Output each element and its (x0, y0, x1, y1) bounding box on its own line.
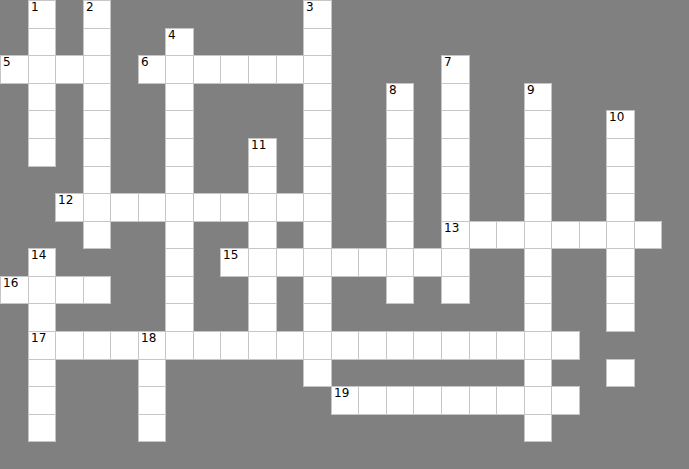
cell-r12-c18[interactable] (496, 331, 525, 360)
cell-r1-c6[interactable]: 4 (165, 28, 194, 56)
clue-number-16: 16 (3, 277, 18, 290)
cell-r8-c17[interactable] (469, 221, 497, 249)
cell-r5-c6[interactable] (165, 138, 194, 167)
cell-r7-c3[interactable] (83, 193, 111, 222)
cell-r6-c3[interactable] (83, 166, 111, 194)
cell-r10-c16[interactable] (441, 276, 470, 304)
cell-r8-c6[interactable] (165, 221, 194, 249)
cell-r7-c9[interactable] (248, 193, 277, 222)
cell-r12-c1[interactable]: 17 (28, 331, 56, 360)
cell-r4-c3[interactable] (83, 110, 111, 139)
cell-r8-c19[interactable] (524, 221, 552, 249)
clue-number-17: 17 (31, 332, 46, 345)
cell-r0-c3[interactable]: 2 (83, 0, 111, 29)
cell-r0-c11[interactable]: 3 (303, 0, 332, 29)
cell-r6-c22[interactable] (606, 166, 635, 194)
clue-number-2: 2 (86, 1, 94, 14)
cell-r7-c2[interactable]: 12 (55, 193, 84, 222)
cell-r10-c14[interactable] (386, 276, 414, 304)
cell-r2-c5[interactable]: 6 (138, 55, 166, 84)
cell-r6-c16[interactable] (441, 166, 470, 194)
cell-r2-c0[interactable]: 5 (0, 55, 29, 84)
cell-r9-c13[interactable] (358, 248, 387, 277)
clue-number-15: 15 (223, 249, 238, 262)
cell-r11-c1[interactable] (28, 303, 56, 332)
cell-r12-c4[interactable] (110, 331, 139, 360)
cell-r14-c1[interactable] (28, 386, 56, 415)
cell-r13-c22[interactable] (606, 359, 635, 387)
cell-r8-c11[interactable] (303, 221, 332, 249)
cell-r2-c10[interactable] (276, 55, 304, 84)
cell-r14-c12[interactable]: 19 (331, 386, 359, 415)
clue-number-5: 5 (3, 56, 11, 69)
cell-r13-c19[interactable] (524, 359, 552, 387)
cell-r7-c5[interactable] (138, 193, 166, 222)
crossword-board: 12345678910111213141516171819 (0, 0, 689, 469)
cell-r8-c14[interactable] (386, 221, 414, 249)
cell-r5-c3[interactable] (83, 138, 111, 167)
cell-r12-c19[interactable] (524, 331, 552, 360)
clue-number-8: 8 (389, 84, 397, 97)
cell-r6-c6[interactable] (165, 166, 194, 194)
cell-r11-c19[interactable] (524, 303, 552, 332)
cell-r14-c18[interactable] (496, 386, 525, 415)
cell-r9-c12[interactable] (331, 248, 359, 277)
clue-number-11: 11 (251, 139, 266, 152)
cell-r2-c11[interactable] (303, 55, 332, 84)
cell-r2-c9[interactable] (248, 55, 277, 84)
cell-r13-c5[interactable] (138, 359, 166, 387)
cell-r7-c11[interactable] (303, 193, 332, 222)
cell-r8-c23[interactable] (634, 221, 662, 249)
cell-r14-c14[interactable] (386, 386, 414, 415)
cell-r12-c14[interactable] (386, 331, 414, 360)
cell-r11-c22[interactable] (606, 303, 635, 332)
cell-r13-c11[interactable] (303, 359, 332, 387)
cell-r2-c16[interactable]: 7 (441, 55, 470, 84)
cell-r7-c8[interactable] (220, 193, 249, 222)
cell-r12-c7[interactable] (193, 331, 221, 360)
cell-r5-c9[interactable]: 11 (248, 138, 277, 167)
cell-r14-c17[interactable] (469, 386, 497, 415)
cell-r2-c2[interactable] (55, 55, 84, 84)
cell-r12-c2[interactable] (55, 331, 84, 360)
clue-number-9: 9 (527, 84, 535, 97)
cell-r0-c1[interactable]: 1 (28, 0, 56, 29)
cell-r6-c9[interactable] (248, 166, 277, 194)
cell-r10-c9[interactable] (248, 276, 277, 304)
clue-number-6: 6 (141, 56, 149, 69)
cell-r3-c3[interactable] (83, 83, 111, 111)
cell-r10-c1[interactable] (28, 276, 56, 304)
cell-r10-c19[interactable] (524, 276, 552, 304)
cell-r4-c22[interactable]: 10 (606, 110, 635, 139)
cell-r12-c12[interactable] (331, 331, 359, 360)
cell-r4-c11[interactable] (303, 110, 332, 139)
cell-r14-c19[interactable] (524, 386, 552, 415)
cell-r9-c11[interactable] (303, 248, 332, 277)
cell-r7-c10[interactable] (276, 193, 304, 222)
cell-r4-c19[interactable] (524, 110, 552, 139)
clue-number-12: 12 (58, 194, 73, 207)
cell-r10-c6[interactable] (165, 276, 194, 304)
cell-r12-c20[interactable] (551, 331, 580, 360)
cell-r7-c4[interactable] (110, 193, 139, 222)
cell-r2-c8[interactable] (220, 55, 249, 84)
cell-r9-c19[interactable] (524, 248, 552, 277)
cell-r15-c19[interactable] (524, 414, 552, 442)
cell-r12-c15[interactable] (413, 331, 442, 360)
cell-r14-c16[interactable] (441, 386, 470, 415)
cell-r5-c16[interactable] (441, 138, 470, 167)
cell-r1-c3[interactable] (83, 28, 111, 56)
cell-r7-c19[interactable] (524, 193, 552, 222)
cell-r12-c5[interactable]: 18 (138, 331, 166, 360)
cell-r10-c22[interactable] (606, 276, 635, 304)
cell-r9-c15[interactable] (413, 248, 442, 277)
cell-r12-c11[interactable] (303, 331, 332, 360)
cell-r8-c18[interactable] (496, 221, 525, 249)
cell-r12-c13[interactable] (358, 331, 387, 360)
cell-r9-c14[interactable] (386, 248, 414, 277)
cell-r14-c5[interactable] (138, 386, 166, 415)
cell-r8-c16[interactable]: 13 (441, 221, 470, 249)
clue-number-3: 3 (306, 1, 314, 14)
cell-r3-c16[interactable] (441, 83, 470, 111)
cell-r9-c22[interactable] (606, 248, 635, 277)
cell-r5-c1[interactable] (28, 138, 56, 167)
cell-r14-c20[interactable] (551, 386, 580, 415)
cell-r14-c15[interactable] (413, 386, 442, 415)
cell-r8-c9[interactable] (248, 221, 277, 249)
cell-r3-c14[interactable]: 8 (386, 83, 414, 111)
cell-r15-c1[interactable] (28, 414, 56, 442)
cell-r1-c11[interactable] (303, 28, 332, 56)
cell-r13-c1[interactable] (28, 359, 56, 387)
cell-r9-c6[interactable] (165, 248, 194, 277)
cell-r7-c6[interactable] (165, 193, 194, 222)
clue-number-13: 13 (444, 222, 459, 235)
cell-r7-c7[interactable] (193, 193, 221, 222)
cell-r2-c6[interactable] (165, 55, 194, 84)
cell-r3-c19[interactable]: 9 (524, 83, 552, 111)
cell-r9-c8[interactable]: 15 (220, 248, 249, 277)
cell-r12-c3[interactable] (83, 331, 111, 360)
cell-r4-c1[interactable] (28, 110, 56, 139)
cell-r6-c14[interactable] (386, 166, 414, 194)
clue-number-1: 1 (31, 1, 39, 14)
cell-r11-c11[interactable] (303, 303, 332, 332)
cell-r3-c1[interactable] (28, 83, 56, 111)
cell-r9-c1[interactable]: 14 (28, 248, 56, 277)
cell-r10-c11[interactable] (303, 276, 332, 304)
cell-r10-c3[interactable] (83, 276, 111, 304)
cell-r9-c16[interactable] (441, 248, 470, 277)
clue-number-19: 19 (334, 387, 349, 400)
cell-r3-c11[interactable] (303, 83, 332, 111)
cell-r4-c16[interactable] (441, 110, 470, 139)
cell-r12-c9[interactable] (248, 331, 277, 360)
cell-r12-c6[interactable] (165, 331, 194, 360)
cell-r10-c2[interactable] (55, 276, 84, 304)
cell-r6-c11[interactable] (303, 166, 332, 194)
clue-number-14: 14 (31, 249, 46, 262)
cell-r11-c6[interactable] (165, 303, 194, 332)
cell-r2-c1[interactable] (28, 55, 56, 84)
cell-r12-c10[interactable] (276, 331, 304, 360)
cell-r7-c16[interactable] (441, 193, 470, 222)
cell-r12-c8[interactable] (220, 331, 249, 360)
cell-r2-c3[interactable] (83, 55, 111, 84)
cell-r5-c22[interactable] (606, 138, 635, 167)
cell-r6-c19[interactable] (524, 166, 552, 194)
cell-r2-c7[interactable] (193, 55, 221, 84)
clue-number-7: 7 (444, 56, 452, 69)
cell-r9-c10[interactable] (276, 248, 304, 277)
cell-r7-c14[interactable] (386, 193, 414, 222)
cell-r7-c22[interactable] (606, 193, 635, 222)
cell-r8-c22[interactable] (606, 221, 635, 249)
cell-r8-c20[interactable] (551, 221, 580, 249)
cell-r5-c14[interactable] (386, 138, 414, 167)
cell-r4-c6[interactable] (165, 110, 194, 139)
cell-r8-c3[interactable] (83, 221, 111, 249)
cell-r9-c9[interactable] (248, 248, 277, 277)
cell-r5-c11[interactable] (303, 138, 332, 167)
cell-r1-c1[interactable] (28, 28, 56, 56)
cell-r12-c16[interactable] (441, 331, 470, 360)
cell-r14-c13[interactable] (358, 386, 387, 415)
cell-r11-c9[interactable] (248, 303, 277, 332)
cell-r12-c17[interactable] (469, 331, 497, 360)
cell-r4-c14[interactable] (386, 110, 414, 139)
clue-number-10: 10 (609, 111, 624, 124)
cell-r10-c0[interactable]: 16 (0, 276, 29, 304)
clue-number-18: 18 (141, 332, 156, 345)
cell-r5-c19[interactable] (524, 138, 552, 167)
cell-r3-c6[interactable] (165, 83, 194, 111)
cell-r15-c5[interactable] (138, 414, 166, 442)
clue-number-4: 4 (168, 29, 176, 42)
cell-r8-c21[interactable] (579, 221, 607, 249)
